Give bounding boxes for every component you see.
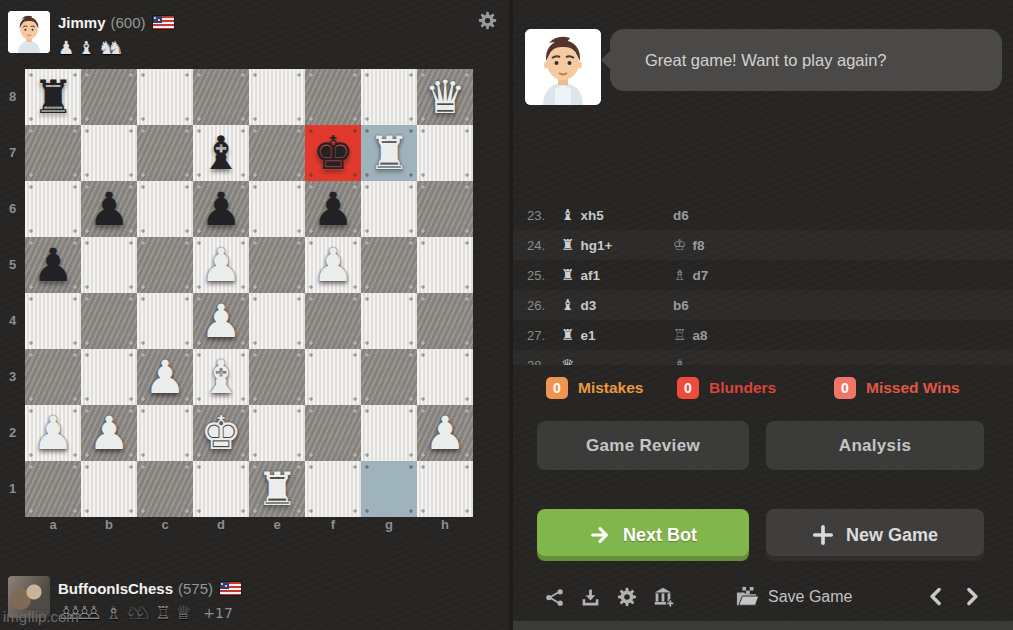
square-d4[interactable]: ♟: [193, 293, 249, 349]
move-text: f8: [692, 238, 704, 253]
black-pawn[interactable]: ♟: [312, 186, 353, 232]
arrow-right-icon: [589, 524, 611, 546]
white-king[interactable]: ♚: [200, 410, 241, 456]
square-f2[interactable]: [305, 405, 361, 461]
white-queen[interactable]: ♛: [424, 74, 465, 120]
square-h2[interactable]: ♟: [417, 405, 473, 461]
white-rook-move-icon: ♜: [561, 238, 574, 253]
move-text: a8: [692, 328, 707, 343]
black-pawn[interactable]: ♟: [32, 242, 73, 288]
stat-label: Missed Wins: [866, 379, 960, 397]
game-panel: Jimmy(600) ♟♝♞♞ ♜♛♝♚♜♟♟♟♟♟♟♟♟♝♟♟♚♟♜ 8765…: [0, 0, 511, 630]
stat-blunders: 0Blunders: [677, 377, 776, 399]
move-text: d6: [673, 208, 689, 223]
square-e1[interactable]: ♜: [249, 461, 305, 517]
top-player-avatar[interactable]: [8, 11, 50, 53]
move-text: d7: [692, 268, 708, 283]
move-text: e1: [580, 328, 595, 343]
square-h3[interactable]: [417, 349, 473, 405]
next-bot-label: Next Bot: [623, 525, 697, 546]
chess-board[interactable]: ♜♛♝♚♜♟♟♟♟♟♟♟♟♝♟♟♚♟♜: [25, 69, 473, 517]
move-number: 25.: [513, 268, 561, 283]
square-d2[interactable]: ♚: [193, 405, 249, 461]
watermark: imgflip.com: [3, 608, 79, 625]
white-rook-move-icon: ♜: [561, 268, 574, 283]
stat-label: Mistakes: [578, 379, 643, 397]
game-review-button[interactable]: Game Review: [537, 421, 749, 470]
white-rook-move-icon: ♜: [561, 328, 574, 343]
square-g6[interactable]: [361, 181, 417, 237]
white-pawn[interactable]: ♟: [312, 242, 353, 288]
white-move[interactable]: ♜hg1+: [561, 238, 673, 253]
square-e5[interactable]: [249, 237, 305, 293]
black-king[interactable]: ♚: [312, 130, 353, 176]
square-g2[interactable]: [361, 405, 417, 461]
square-d6[interactable]: ♟: [193, 181, 249, 237]
black-rook-move-icon: ♖: [673, 328, 686, 343]
save-folder-icon: [735, 586, 759, 608]
white-queen-move-icon: ♛: [561, 358, 574, 366]
previous-move-chevron-icon[interactable]: [925, 584, 948, 609]
file-label-f: f: [305, 517, 361, 533]
captured-bishop-icon: ♝: [78, 39, 94, 57]
square-e7[interactable]: [249, 125, 305, 181]
stat-count-badge: 0: [677, 377, 699, 399]
stat-missed-wins: 0Missed Wins: [834, 377, 960, 399]
sidebar-panel: Great game! Want to play again? 23.♝xh5d…: [513, 0, 1013, 630]
white-bishop[interactable]: ♝: [200, 354, 241, 400]
move-text: d3: [580, 298, 596, 313]
save-game-button[interactable]: Save Game: [735, 585, 852, 609]
square-h6[interactable]: [417, 181, 473, 237]
us-flag-icon: [153, 16, 174, 29]
square-b2[interactable]: ♟: [81, 405, 137, 461]
square-f3[interactable]: [305, 349, 361, 405]
move-row-25[interactable]: 25.♜af1♗d7: [513, 260, 1013, 290]
rank-label-4: 4: [0, 293, 25, 349]
stat-label: Blunders: [709, 379, 776, 397]
top-player-info: [8, 11, 50, 53]
square-b8[interactable]: [81, 69, 137, 125]
next-move-chevron-icon[interactable]: [960, 584, 983, 609]
move-number: 23.: [513, 208, 561, 223]
black-move[interactable]: ♗d7: [673, 268, 1013, 283]
stat-mistakes: 0Mistakes: [546, 377, 643, 399]
white-rook[interactable]: ♜: [368, 130, 409, 176]
file-label-e: e: [249, 517, 305, 533]
square-g3[interactable]: [361, 349, 417, 405]
file-label-c: c: [137, 517, 193, 533]
save-game-label: Save Game: [768, 588, 852, 606]
square-f5[interactable]: ♟: [305, 237, 361, 293]
captured-queen-icon: ♕: [175, 604, 191, 622]
move-text: xh5: [580, 208, 603, 223]
square-c7[interactable]: [137, 125, 193, 181]
square-g4[interactable]: [361, 293, 417, 349]
square-h5[interactable]: [417, 237, 473, 293]
square-a1[interactable]: [25, 461, 81, 517]
square-d1[interactable]: [193, 461, 249, 517]
square-b3[interactable]: [81, 349, 137, 405]
file-label-b: b: [81, 517, 137, 533]
square-c4[interactable]: [137, 293, 193, 349]
move-text: hg1+: [580, 238, 612, 253]
new-game-label: New Game: [846, 525, 938, 546]
square-b4[interactable]: [81, 293, 137, 349]
square-g8[interactable]: [361, 69, 417, 125]
square-e3[interactable]: [249, 349, 305, 405]
top-player-name-row: Jimmy(600): [58, 14, 174, 32]
plus-icon: [812, 524, 834, 546]
move-row-28[interactable]: 28.♛♗: [513, 350, 1013, 365]
square-a3[interactable]: [25, 349, 81, 405]
move-number: 28.: [513, 358, 561, 366]
rank-label-8: 8: [0, 69, 25, 125]
square-a8[interactable]: ♜: [25, 69, 81, 125]
white-pawn[interactable]: ♟: [88, 410, 129, 456]
captured-pawn-icon: ♟: [58, 39, 74, 57]
bot-avatar-illustration: [525, 29, 601, 105]
black-bishop[interactable]: ♝: [200, 130, 241, 176]
black-rook[interactable]: ♜: [32, 74, 73, 120]
captured-bishop-icon: ♗: [106, 604, 122, 622]
black-move[interactable]: ♗: [673, 358, 1013, 366]
square-f7[interactable]: ♚: [305, 125, 361, 181]
square-f1[interactable]: [305, 461, 361, 517]
square-e8[interactable]: [249, 69, 305, 125]
square-c5[interactable]: [137, 237, 193, 293]
square-c1[interactable]: [137, 461, 193, 517]
white-move[interactable]: ♛: [561, 358, 673, 366]
captured-pawn-icon: ♙: [85, 604, 101, 622]
bot-avatar-illustration: [8, 11, 50, 53]
white-bishop-move-icon: ♝: [561, 208, 574, 223]
square-f6[interactable]: ♟: [305, 181, 361, 237]
square-c8[interactable]: [137, 69, 193, 125]
rank-label-3: 3: [0, 349, 25, 405]
move-number: 24.: [513, 238, 561, 253]
square-g1[interactable]: [361, 461, 417, 517]
square-g5[interactable]: [361, 237, 417, 293]
settings-gear-icon[interactable]: [615, 586, 638, 609]
board-settings-gear-icon[interactable]: [477, 10, 498, 31]
white-pawn[interactable]: ♟: [200, 242, 241, 288]
square-c2[interactable]: [137, 405, 193, 461]
bottom-player-name-row: BuffoonIsChess(575): [58, 580, 241, 598]
black-king-move-icon: ♔: [673, 238, 686, 253]
white-move[interactable]: ♝xh5: [561, 208, 673, 223]
white-move[interactable]: ♜af1: [561, 268, 673, 283]
move-number: 26.: [513, 298, 561, 313]
white-move[interactable]: ♝d3: [561, 298, 673, 313]
download-icon[interactable]: [579, 586, 602, 609]
square-e2[interactable]: [249, 405, 305, 461]
rank-label-6: 6: [0, 181, 25, 237]
square-c6[interactable]: [137, 181, 193, 237]
square-f4[interactable]: [305, 293, 361, 349]
material-advantage: +17: [203, 604, 233, 622]
black-pawn[interactable]: ♟: [88, 186, 129, 232]
bottom-section-edge: [513, 621, 1013, 630]
square-a4[interactable]: [25, 293, 81, 349]
us-flag-icon: [220, 582, 241, 595]
move-row-24[interactable]: 24.♜hg1+♔f8: [513, 230, 1013, 260]
captured-knight-icon: ♞: [107, 39, 123, 57]
bottom-captured-row: ♙♙♙♙♗♘♘♖♕ +17: [58, 602, 233, 622]
rank-label-7: 7: [0, 125, 25, 181]
next-bot-button[interactable]: Next Bot: [537, 509, 749, 561]
square-b6[interactable]: ♟: [81, 181, 137, 237]
square-a5[interactable]: ♟: [25, 237, 81, 293]
rank-label-5: 5: [0, 237, 25, 293]
share-icon[interactable]: [543, 586, 566, 609]
rank-label-1: 1: [0, 461, 25, 517]
file-label-g: g: [361, 517, 417, 533]
square-d8[interactable]: [193, 69, 249, 125]
square-a7[interactable]: [25, 125, 81, 181]
bottom-player-rating: (575): [178, 580, 213, 597]
move-row-23[interactable]: 23.♝xh5d6: [513, 208, 1013, 230]
black-pawn[interactable]: ♟: [200, 186, 241, 232]
new-game-button[interactable]: New Game: [766, 509, 984, 561]
rank-label-2: 2: [0, 405, 25, 461]
top-player-name[interactable]: Jimmy: [58, 14, 106, 31]
white-pawn[interactable]: ♟: [424, 410, 465, 456]
square-h7[interactable]: [417, 125, 473, 181]
file-label-h: h: [417, 517, 473, 533]
analysis-button[interactable]: Analysis: [766, 421, 984, 470]
square-a2[interactable]: ♟: [25, 405, 81, 461]
chat-message: Great game! Want to play again?: [645, 51, 887, 70]
white-pawn[interactable]: ♟: [200, 298, 241, 344]
square-e6[interactable]: [249, 181, 305, 237]
move-list[interactable]: 23.♝xh5d624.♜hg1+♔f825.♜af1♗d726.♝d3b627…: [513, 208, 1013, 365]
move-row-26[interactable]: 26.♝d3b6: [513, 290, 1013, 320]
white-rook[interactable]: ♜: [256, 466, 297, 512]
white-bishop-move-icon: ♝: [561, 298, 574, 313]
move-text: b6: [673, 298, 689, 313]
square-a6[interactable]: [25, 181, 81, 237]
square-h8[interactable]: ♛: [417, 69, 473, 125]
move-row-27[interactable]: 27.♜e1♖a8: [513, 320, 1013, 350]
square-c3[interactable]: ♟: [137, 349, 193, 405]
square-b1[interactable]: [81, 461, 137, 517]
bottom-player-name[interactable]: BuffoonIsChess: [58, 580, 173, 597]
black-move[interactable]: b6: [673, 298, 1013, 313]
captured-knight-icon: ♘: [135, 604, 151, 622]
square-e4[interactable]: [249, 293, 305, 349]
move-text: af1: [580, 268, 600, 283]
black-move[interactable]: d6: [673, 208, 1013, 223]
square-b7[interactable]: [81, 125, 137, 181]
square-b5[interactable]: [81, 237, 137, 293]
captured-rook-icon: ♖: [155, 604, 171, 622]
square-d5[interactable]: ♟: [193, 237, 249, 293]
white-pawn[interactable]: ♟: [144, 354, 185, 400]
black-bishop-move-icon: ♗: [673, 268, 686, 283]
bank-library-icon[interactable]: [651, 586, 674, 609]
move-number: 27.: [513, 328, 561, 343]
bot-chat-avatar: [525, 29, 601, 105]
black-move[interactable]: ♖a8: [673, 328, 1013, 343]
file-label-a: a: [25, 517, 81, 533]
square-d7[interactable]: ♝: [193, 125, 249, 181]
top-player-rating: (600): [111, 14, 146, 31]
square-d3[interactable]: ♝: [193, 349, 249, 405]
white-move[interactable]: ♜e1: [561, 328, 673, 343]
chat-bubble: Great game! Want to play again?: [610, 29, 1002, 91]
stat-count-badge: 0: [546, 377, 568, 399]
square-g7[interactable]: ♜: [361, 125, 417, 181]
black-bishop-move-icon: ♗: [673, 358, 686, 366]
stat-count-badge: 0: [834, 377, 856, 399]
file-label-d: d: [193, 517, 249, 533]
white-pawn[interactable]: ♟: [32, 410, 73, 456]
black-move[interactable]: ♔f8: [673, 238, 1013, 253]
top-captured-pieces: ♟♝♞♞: [58, 37, 128, 57]
square-h4[interactable]: [417, 293, 473, 349]
square-h1[interactable]: [417, 461, 473, 517]
square-f8[interactable]: [305, 69, 361, 125]
